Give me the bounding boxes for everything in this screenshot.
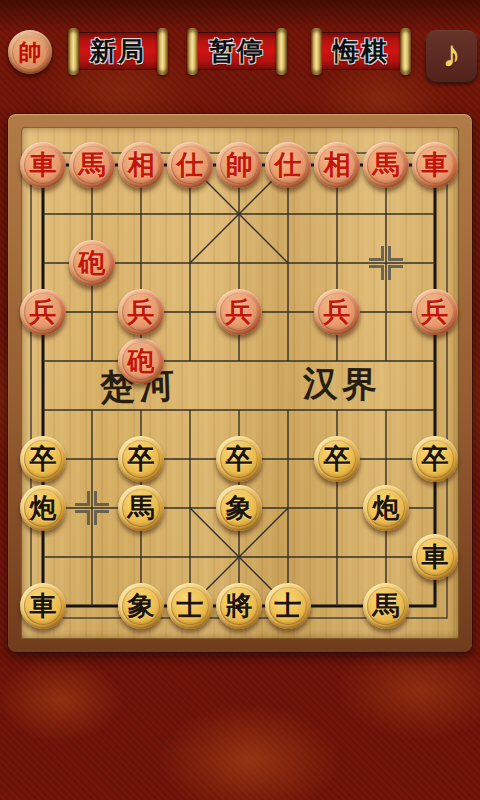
scroll-rod-icon (400, 28, 411, 75)
piece-black-r9c4[interactable]: 將 (216, 583, 262, 629)
sound-toggle-button[interactable]: ♪ (425, 30, 478, 83)
piece-red-r3c2[interactable]: 兵 (118, 289, 164, 335)
piece-black-r9c3[interactable]: 士 (167, 583, 213, 629)
piece-black-r7c7[interactable]: 炮 (363, 485, 409, 531)
red-general-logo-char: 帥 (19, 41, 42, 64)
piece-black-r7c0[interactable]: 炮 (20, 485, 66, 531)
piece-black-r6c2[interactable]: 卒 (118, 436, 164, 482)
pause-button[interactable]: 暂停 (187, 28, 287, 75)
undo-label: 悔棋 (333, 38, 389, 64)
piece-red-r0c3[interactable]: 仕 (167, 142, 213, 188)
piece-red-r0c4[interactable]: 帥 (216, 142, 262, 188)
new-game-banner: 新局 (79, 32, 157, 70)
piece-black-r6c8[interactable]: 卒 (412, 436, 458, 482)
piece-red-r3c4[interactable]: 兵 (216, 289, 262, 335)
scroll-rod-icon (187, 28, 198, 75)
undo-button[interactable]: 悔棋 (311, 28, 411, 75)
piece-red-r0c0[interactable]: 車 (20, 142, 66, 188)
point-marker (369, 246, 403, 280)
scroll-rod-icon (276, 28, 287, 75)
river-label-han-jie: 汉界 (303, 366, 382, 402)
scroll-rod-icon (68, 28, 79, 75)
piece-black-r7c4[interactable]: 象 (216, 485, 262, 531)
new-game-button[interactable]: 新局 (68, 28, 168, 75)
undo-banner: 悔棋 (322, 32, 400, 70)
piece-black-r9c0[interactable]: 車 (20, 583, 66, 629)
piece-black-r7c2[interactable]: 馬 (118, 485, 164, 531)
red-general-logo: 帥 (8, 30, 52, 74)
piece-red-r0c7[interactable]: 馬 (363, 142, 409, 188)
app-screen: 帥 新局 暂停 悔棋 ♪ (0, 0, 480, 800)
piece-red-r0c8[interactable]: 車 (412, 142, 458, 188)
piece-black-r8c8[interactable]: 車 (412, 534, 458, 580)
pause-banner: 暂停 (198, 32, 276, 70)
xiangqi-board[interactable]: 楚河 汉界 (21, 127, 459, 639)
piece-black-r9c2[interactable]: 象 (118, 583, 164, 629)
piece-black-r9c7[interactable]: 馬 (363, 583, 409, 629)
board-grid (21, 127, 459, 639)
piece-red-r3c6[interactable]: 兵 (314, 289, 360, 335)
piece-red-r3c8[interactable]: 兵 (412, 289, 458, 335)
piece-black-r6c0[interactable]: 卒 (20, 436, 66, 482)
piece-black-r6c6[interactable]: 卒 (314, 436, 360, 482)
piece-red-r0c5[interactable]: 仕 (265, 142, 311, 188)
piece-red-r0c1[interactable]: 馬 (69, 142, 115, 188)
new-game-label: 新局 (90, 38, 146, 64)
piece-red-r0c2[interactable]: 相 (118, 142, 164, 188)
board-panel: 楚河 汉界 (8, 114, 472, 652)
piece-black-r6c4[interactable]: 卒 (216, 436, 262, 482)
point-marker (75, 491, 109, 525)
piece-red-r3c0[interactable]: 兵 (20, 289, 66, 335)
piece-red-r4c2[interactable]: 砲 (118, 338, 164, 384)
scroll-rod-icon (157, 28, 168, 75)
scroll-rod-icon (311, 28, 322, 75)
piece-black-r9c5[interactable]: 士 (265, 583, 311, 629)
piece-red-r0c6[interactable]: 相 (314, 142, 360, 188)
piece-red-r2c1[interactable]: 砲 (69, 240, 115, 286)
music-note-icon: ♪ (443, 37, 461, 73)
pause-label: 暂停 (209, 38, 265, 64)
